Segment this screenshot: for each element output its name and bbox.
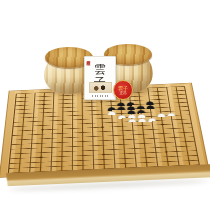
white-stone: ● (156, 112, 165, 120)
black-stone: ● (145, 104, 154, 112)
star-point (157, 99, 160, 100)
white-stone: ● (147, 117, 156, 125)
board-unit: ●●●●●●●●●●●●●●●●●●● (0, 0, 210, 210)
box-caption-text (92, 95, 108, 97)
star-point (41, 129, 44, 130)
white-stone: ● (127, 117, 136, 125)
star-point (165, 151, 168, 153)
star-point (40, 157, 43, 159)
product-photo: ●●●●●●●●●●●●●●●●●●● 云南围棋厂 雲 子 雲子 正品 (0, 0, 210, 210)
white-stone: ● (166, 112, 175, 120)
seal-text-2: 正品 (120, 91, 127, 95)
white-stone: ● (107, 110, 116, 118)
star-point (101, 126, 104, 127)
star-point (42, 104, 45, 105)
box-illustration (89, 82, 112, 93)
star-point (102, 154, 105, 156)
star-point (161, 124, 164, 125)
star-point (100, 101, 103, 102)
seal-sticker: 雲子 正品 (113, 80, 133, 100)
white-stone: ● (117, 114, 126, 122)
yunzi-box: 云南围棋厂 雲 子 (84, 56, 116, 100)
black-stone: ● (116, 105, 125, 113)
white-stone: ● (137, 117, 146, 125)
